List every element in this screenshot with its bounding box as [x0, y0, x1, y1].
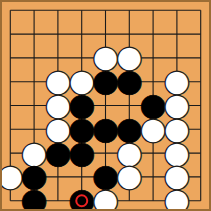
point-fa[interactable]: [117, 0, 141, 22]
point-gi[interactable]: [141, 189, 165, 211]
point-bc[interactable]: [22, 46, 46, 70]
point-ad[interactable]: [0, 70, 22, 94]
point-di[interactable]: ●: [70, 189, 94, 211]
black-stone: ●: [21, 184, 48, 211]
point-ih[interactable]: [189, 165, 211, 189]
point-hi[interactable]: ●: [165, 189, 189, 211]
point-ed[interactable]: ●: [94, 70, 118, 94]
point-gb[interactable]: [141, 22, 165, 46]
point-be[interactable]: [22, 94, 46, 118]
point-ef[interactable]: ●: [94, 117, 118, 141]
point-ah[interactable]: ●: [0, 165, 22, 189]
point-cg[interactable]: ●: [46, 141, 70, 165]
point-dg[interactable]: ●: [70, 141, 94, 165]
point-fd[interactable]: ●: [117, 70, 141, 94]
point-gf[interactable]: ●: [141, 117, 165, 141]
go-board: ●●●●●●●●●●●●●●●●●●●●●●●●●●●●●●●: [0, 0, 211, 211]
point-gg[interactable]: [141, 141, 165, 165]
point-ig[interactable]: [189, 141, 211, 165]
point-bd[interactable]: [22, 70, 46, 94]
point-ie[interactable]: [189, 94, 211, 118]
marked-stone-circle: [75, 194, 89, 208]
point-ac[interactable]: [0, 46, 22, 70]
point-ai[interactable]: [0, 189, 22, 211]
point-ci[interactable]: [46, 189, 70, 211]
point-ea[interactable]: [94, 0, 118, 22]
point-ha[interactable]: [165, 0, 189, 22]
point-fh[interactable]: ●: [117, 165, 141, 189]
point-ia[interactable]: [189, 0, 211, 22]
point-ab[interactable]: [0, 22, 22, 46]
white-stone: ●: [116, 160, 143, 191]
point-da[interactable]: [70, 0, 94, 22]
point-ii[interactable]: [189, 189, 211, 211]
intersection-grid: ●●●●●●●●●●●●●●●●●●●●●●●●●●●●●●●: [0, 0, 211, 211]
point-ba[interactable]: [22, 0, 46, 22]
point-db[interactable]: [70, 22, 94, 46]
point-ca[interactable]: [46, 0, 70, 22]
point-id[interactable]: [189, 70, 211, 94]
point-aa[interactable]: [0, 0, 22, 22]
point-ae[interactable]: [0, 94, 22, 118]
point-cb[interactable]: [46, 22, 70, 46]
point-ch[interactable]: [46, 165, 70, 189]
point-ei[interactable]: ●: [94, 189, 118, 211]
point-gh[interactable]: [141, 165, 165, 189]
point-ga[interactable]: [141, 0, 165, 22]
white-stone: ●: [92, 184, 119, 211]
point-bi[interactable]: ●: [22, 189, 46, 211]
point-if[interactable]: [189, 117, 211, 141]
white-stone: ●: [163, 184, 190, 211]
point-hb[interactable]: [165, 22, 189, 46]
point-ib[interactable]: [189, 22, 211, 46]
point-ic[interactable]: [189, 46, 211, 70]
point-gc[interactable]: [141, 46, 165, 70]
point-bb[interactable]: [22, 22, 46, 46]
point-fi[interactable]: [117, 189, 141, 211]
point-af[interactable]: [0, 117, 22, 141]
